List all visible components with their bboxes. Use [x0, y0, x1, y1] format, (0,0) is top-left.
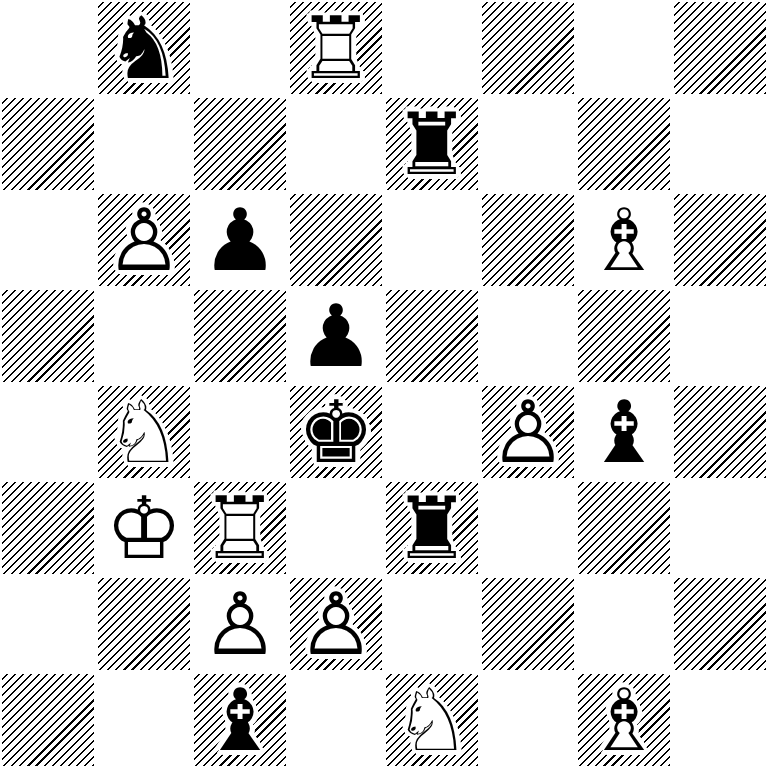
- square-e4[interactable]: [384, 384, 480, 480]
- piece-white-pawn[interactable]: ♟♙: [192, 576, 288, 672]
- square-c5[interactable]: [192, 288, 288, 384]
- square-f5[interactable]: [480, 288, 576, 384]
- square-f7[interactable]: [480, 96, 576, 192]
- square-c8[interactable]: [192, 0, 288, 96]
- white-rook-icon: ♖: [192, 480, 288, 576]
- square-f3[interactable]: [480, 480, 576, 576]
- square-e5[interactable]: [384, 288, 480, 384]
- square-g7[interactable]: [576, 96, 672, 192]
- square-b1[interactable]: [96, 672, 192, 768]
- piece-white-knight[interactable]: ♞♘: [96, 384, 192, 480]
- square-c3[interactable]: ♜♖: [192, 480, 288, 576]
- square-f1[interactable]: [480, 672, 576, 768]
- black-rook-icon: ♜: [384, 480, 480, 576]
- square-a2[interactable]: [0, 576, 96, 672]
- piece-black-pawn[interactable]: ♟♟: [288, 288, 384, 384]
- square-h5[interactable]: [672, 288, 768, 384]
- piece-white-rook[interactable]: ♜♖: [192, 480, 288, 576]
- square-a1[interactable]: [0, 672, 96, 768]
- square-e6[interactable]: [384, 192, 480, 288]
- piece-black-bishop[interactable]: ♝♝: [576, 384, 672, 480]
- square-h8[interactable]: [672, 0, 768, 96]
- white-pawn-icon: ♙: [288, 576, 384, 672]
- square-d3[interactable]: [288, 480, 384, 576]
- square-c1[interactable]: ♝♝: [192, 672, 288, 768]
- white-bishop-icon: ♗: [576, 672, 672, 768]
- square-d4[interactable]: ♚♚: [288, 384, 384, 480]
- piece-white-pawn[interactable]: ♟♙: [288, 576, 384, 672]
- chess-board: ♞♞♜♖♜♜♟♙♟♟♝♗♟♟♞♘♚♚♟♙♝♝♚♔♜♖♜♜♟♙♟♙♝♝♞♘♝♗: [0, 0, 768, 768]
- piece-white-pawn[interactable]: ♟♙: [96, 192, 192, 288]
- square-c7[interactable]: [192, 96, 288, 192]
- square-c2[interactable]: ♟♙: [192, 576, 288, 672]
- square-d7[interactable]: [288, 96, 384, 192]
- square-e2[interactable]: [384, 576, 480, 672]
- square-a7[interactable]: [0, 96, 96, 192]
- square-g8[interactable]: [576, 0, 672, 96]
- square-f4[interactable]: ♟♙: [480, 384, 576, 480]
- white-pawn-icon: ♙: [192, 576, 288, 672]
- white-bishop-icon: ♗: [576, 192, 672, 288]
- piece-white-rook[interactable]: ♜♖: [288, 0, 384, 96]
- square-h1[interactable]: [672, 672, 768, 768]
- square-d1[interactable]: [288, 672, 384, 768]
- square-a8[interactable]: [0, 0, 96, 96]
- square-f8[interactable]: [480, 0, 576, 96]
- square-h2[interactable]: [672, 576, 768, 672]
- square-a6[interactable]: [0, 192, 96, 288]
- square-g3[interactable]: [576, 480, 672, 576]
- black-knight-icon: ♞: [96, 0, 192, 96]
- piece-white-pawn[interactable]: ♟♙: [480, 384, 576, 480]
- piece-black-bishop[interactable]: ♝♝: [192, 672, 288, 768]
- white-king-icon: ♔: [96, 480, 192, 576]
- square-g5[interactable]: [576, 288, 672, 384]
- square-d5[interactable]: ♟♟: [288, 288, 384, 384]
- square-b5[interactable]: [96, 288, 192, 384]
- black-pawn-icon: ♟: [192, 192, 288, 288]
- piece-black-pawn[interactable]: ♟♟: [192, 192, 288, 288]
- piece-white-bishop[interactable]: ♝♗: [576, 672, 672, 768]
- square-a3[interactable]: [0, 480, 96, 576]
- white-rook-icon: ♖: [288, 0, 384, 96]
- square-d6[interactable]: [288, 192, 384, 288]
- piece-black-rook[interactable]: ♜♜: [384, 480, 480, 576]
- square-f2[interactable]: [480, 576, 576, 672]
- square-b8[interactable]: ♞♞: [96, 0, 192, 96]
- square-g1[interactable]: ♝♗: [576, 672, 672, 768]
- square-g6[interactable]: ♝♗: [576, 192, 672, 288]
- white-knight-icon: ♘: [96, 384, 192, 480]
- square-b2[interactable]: [96, 576, 192, 672]
- square-c6[interactable]: ♟♟: [192, 192, 288, 288]
- square-e7[interactable]: ♜♜: [384, 96, 480, 192]
- white-pawn-icon: ♙: [480, 384, 576, 480]
- white-knight-icon: ♘: [384, 672, 480, 768]
- square-b6[interactable]: ♟♙: [96, 192, 192, 288]
- piece-white-knight[interactable]: ♞♘: [384, 672, 480, 768]
- square-b7[interactable]: [96, 96, 192, 192]
- black-pawn-icon: ♟: [288, 288, 384, 384]
- square-g2[interactable]: [576, 576, 672, 672]
- square-g4[interactable]: ♝♝: [576, 384, 672, 480]
- square-b3[interactable]: ♚♔: [96, 480, 192, 576]
- piece-white-king[interactable]: ♚♔: [96, 480, 192, 576]
- square-a4[interactable]: [0, 384, 96, 480]
- piece-black-rook[interactable]: ♜♜: [384, 96, 480, 192]
- square-h7[interactable]: [672, 96, 768, 192]
- square-h4[interactable]: [672, 384, 768, 480]
- square-e1[interactable]: ♞♘: [384, 672, 480, 768]
- square-c4[interactable]: [192, 384, 288, 480]
- black-rook-icon: ♜: [384, 96, 480, 192]
- square-e8[interactable]: [384, 0, 480, 96]
- white-pawn-icon: ♙: [96, 192, 192, 288]
- square-f6[interactable]: [480, 192, 576, 288]
- black-bishop-icon: ♝: [576, 384, 672, 480]
- piece-black-knight[interactable]: ♞♞: [96, 0, 192, 96]
- piece-black-king[interactable]: ♚♚: [288, 384, 384, 480]
- square-d2[interactable]: ♟♙: [288, 576, 384, 672]
- black-king-icon: ♚: [288, 384, 384, 480]
- black-bishop-icon: ♝: [192, 672, 288, 768]
- square-h6[interactable]: [672, 192, 768, 288]
- square-b4[interactable]: ♞♘: [96, 384, 192, 480]
- piece-white-bishop[interactable]: ♝♗: [576, 192, 672, 288]
- square-e3[interactable]: ♜♜: [384, 480, 480, 576]
- square-d8[interactable]: ♜♖: [288, 0, 384, 96]
- square-a5[interactable]: [0, 288, 96, 384]
- square-h3[interactable]: [672, 480, 768, 576]
